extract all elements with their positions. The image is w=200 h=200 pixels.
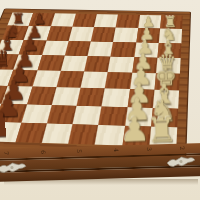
square-d4[interactable]	[84, 56, 111, 72]
rank-label: 3	[146, 147, 153, 151]
square-b3[interactable]	[113, 28, 137, 42]
square-a3[interactable]	[116, 15, 140, 29]
chess-board: ♜♟♟♜♞♟♟♞♝♟♟♝♛♟♟♛♚♟♟♚♝♟♟♝♞♟♟♞♜♟♟♜	[0, 8, 191, 160]
square-a5[interactable]	[72, 14, 97, 28]
rank-label: 7	[3, 151, 10, 155]
right-latch-icon	[165, 153, 196, 171]
white-rook[interactable]: ♜	[146, 113, 177, 148]
square-h4[interactable]	[68, 124, 98, 145]
black-pawn[interactable]: ♟	[0, 108, 17, 142]
rank-label: 5	[76, 149, 83, 153]
square-a4[interactable]	[94, 14, 118, 28]
square-c4[interactable]	[88, 41, 114, 56]
left-latch-icon	[0, 159, 27, 177]
rank-label: 6	[40, 150, 47, 154]
square-b6[interactable]	[46, 26, 72, 40]
square-e4[interactable]	[80, 72, 107, 89]
square-f4[interactable]	[77, 88, 105, 106]
square-d5[interactable]	[60, 55, 87, 71]
square-g5[interactable]	[47, 105, 77, 124]
rank-label: 2	[179, 146, 186, 150]
square-b4[interactable]	[91, 27, 116, 41]
board-grid: ♜♟♟♜♞♟♟♞♝♟♟♝♛♟♟♛♚♟♟♚♝♟♟♝♞♟♟♞♜♟♟♜	[0, 13, 183, 148]
square-g4[interactable]	[73, 105, 102, 124]
chess-set-photo: ♜♟♟♜♞♟♟♞♝♟♟♝♛♟♟♛♚♟♟♚♝♟♟♝♞♟♟♞♜♟♟♜ 765432	[0, 0, 200, 200]
rank-label: 4	[113, 148, 120, 152]
square-c5[interactable]	[65, 41, 91, 56]
